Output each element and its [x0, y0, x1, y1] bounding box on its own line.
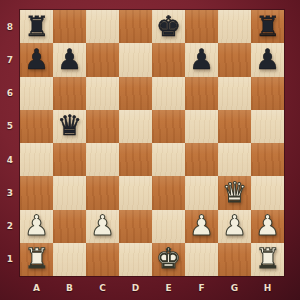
square-d5[interactable]	[119, 110, 152, 143]
chess-board: ♜♚♜♟♟♟♟♛♛♟♟♟♟♟♜♚♜	[20, 10, 284, 276]
square-a3[interactable]	[20, 176, 53, 209]
square-a6[interactable]	[20, 77, 53, 110]
square-a1[interactable]: ♜	[20, 243, 53, 276]
square-b2[interactable]	[53, 210, 86, 243]
square-c5[interactable]	[86, 110, 119, 143]
file-label-f: F	[185, 276, 218, 300]
square-d8[interactable]	[119, 10, 152, 43]
square-e2[interactable]	[152, 210, 185, 243]
black-pawn[interactable]: ♟	[189, 46, 214, 74]
square-g8[interactable]	[218, 10, 251, 43]
file-label-h: H	[251, 276, 284, 300]
square-b5[interactable]: ♛	[53, 110, 86, 143]
square-f2[interactable]: ♟	[185, 210, 218, 243]
square-d2[interactable]	[119, 210, 152, 243]
white-pawn[interactable]: ♟	[90, 212, 115, 240]
square-c8[interactable]	[86, 10, 119, 43]
square-g2[interactable]: ♟	[218, 210, 251, 243]
square-f5[interactable]	[185, 110, 218, 143]
square-g7[interactable]	[218, 43, 251, 76]
black-pawn[interactable]: ♟	[57, 46, 82, 74]
square-e5[interactable]	[152, 110, 185, 143]
white-pawn[interactable]: ♟	[255, 212, 280, 240]
white-pawn[interactable]: ♟	[189, 212, 214, 240]
square-g6[interactable]	[218, 77, 251, 110]
file-label-g: G	[218, 276, 251, 300]
white-pawn[interactable]: ♟	[24, 212, 49, 240]
square-f3[interactable]	[185, 176, 218, 209]
square-c6[interactable]	[86, 77, 119, 110]
square-h3[interactable]	[251, 176, 284, 209]
square-b4[interactable]	[53, 143, 86, 176]
square-e7[interactable]	[152, 43, 185, 76]
square-g5[interactable]	[218, 110, 251, 143]
square-f4[interactable]	[185, 143, 218, 176]
square-c2[interactable]: ♟	[86, 210, 119, 243]
square-e8[interactable]: ♚	[152, 10, 185, 43]
rank-label-1: 1	[0, 243, 20, 276]
square-b1[interactable]	[53, 243, 86, 276]
rank-label-3: 3	[0, 176, 20, 209]
square-g4[interactable]	[218, 143, 251, 176]
square-c4[interactable]	[86, 143, 119, 176]
rank-labels: 87654321	[0, 10, 20, 276]
black-queen[interactable]: ♛	[57, 112, 82, 140]
rank-label-6: 6	[0, 77, 20, 110]
square-a2[interactable]: ♟	[20, 210, 53, 243]
square-c7[interactable]	[86, 43, 119, 76]
square-e3[interactable]	[152, 176, 185, 209]
white-rook[interactable]: ♜	[24, 245, 49, 273]
black-rook[interactable]: ♜	[24, 13, 49, 41]
rank-label-4: 4	[0, 143, 20, 176]
square-c1[interactable]	[86, 243, 119, 276]
square-d4[interactable]	[119, 143, 152, 176]
rank-label-5: 5	[0, 110, 20, 143]
square-b6[interactable]	[53, 77, 86, 110]
file-label-e: E	[152, 276, 185, 300]
square-e6[interactable]	[152, 77, 185, 110]
white-queen[interactable]: ♛	[222, 179, 247, 207]
black-pawn[interactable]: ♟	[255, 46, 280, 74]
square-e1[interactable]: ♚	[152, 243, 185, 276]
square-a8[interactable]: ♜	[20, 10, 53, 43]
square-f1[interactable]	[185, 243, 218, 276]
black-pawn[interactable]: ♟	[24, 46, 49, 74]
black-king[interactable]: ♚	[156, 13, 181, 41]
square-h1[interactable]: ♜	[251, 243, 284, 276]
square-g3[interactable]: ♛	[218, 176, 251, 209]
square-d3[interactable]	[119, 176, 152, 209]
board-frame: 87654321 ♜♚♜♟♟♟♟♛♛♟♟♟♟♟♜♚♜ ABCDEFGH	[0, 0, 300, 300]
file-label-c: C	[86, 276, 119, 300]
square-b3[interactable]	[53, 176, 86, 209]
square-h5[interactable]	[251, 110, 284, 143]
square-h8[interactable]: ♜	[251, 10, 284, 43]
square-a4[interactable]	[20, 143, 53, 176]
file-label-b: B	[53, 276, 86, 300]
square-h2[interactable]: ♟	[251, 210, 284, 243]
square-f7[interactable]: ♟	[185, 43, 218, 76]
square-e4[interactable]	[152, 143, 185, 176]
square-a7[interactable]: ♟	[20, 43, 53, 76]
square-b8[interactable]	[53, 10, 86, 43]
black-rook[interactable]: ♜	[255, 13, 280, 41]
square-g1[interactable]	[218, 243, 251, 276]
square-f6[interactable]	[185, 77, 218, 110]
square-h7[interactable]: ♟	[251, 43, 284, 76]
square-h6[interactable]	[251, 77, 284, 110]
rank-label-2: 2	[0, 210, 20, 243]
file-label-d: D	[119, 276, 152, 300]
square-d7[interactable]	[119, 43, 152, 76]
square-f8[interactable]	[185, 10, 218, 43]
square-c3[interactable]	[86, 176, 119, 209]
square-d6[interactable]	[119, 77, 152, 110]
file-label-a: A	[20, 276, 53, 300]
white-pawn[interactable]: ♟	[222, 212, 247, 240]
file-labels: ABCDEFGH	[20, 276, 284, 300]
rank-label-7: 7	[0, 43, 20, 76]
square-h4[interactable]	[251, 143, 284, 176]
white-king[interactable]: ♚	[156, 245, 181, 273]
square-d1[interactable]	[119, 243, 152, 276]
square-b7[interactable]: ♟	[53, 43, 86, 76]
white-rook[interactable]: ♜	[255, 245, 280, 273]
square-a5[interactable]	[20, 110, 53, 143]
rank-label-8: 8	[0, 10, 20, 43]
